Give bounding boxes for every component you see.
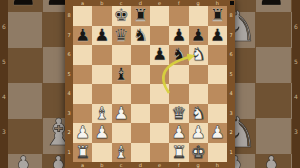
background-rank-label-5: 5 xyxy=(292,59,300,65)
rank-label-3: 3 xyxy=(65,104,73,124)
square-b1[interactable] xyxy=(92,143,111,163)
square-d8[interactable]: ♜ xyxy=(131,6,150,26)
square-f1[interactable]: ♜ xyxy=(169,143,188,163)
rank-label-3: 3 xyxy=(227,104,235,124)
square-c1[interactable]: ♝ xyxy=(112,143,131,163)
rank-label-6: 6 xyxy=(227,45,235,65)
square-d1[interactable] xyxy=(131,143,150,163)
square-b5[interactable] xyxy=(92,65,111,85)
square-d5[interactable] xyxy=(131,65,150,85)
rank-label-5: 5 xyxy=(65,65,73,85)
square-e2[interactable] xyxy=(150,123,169,143)
square-a6[interactable] xyxy=(73,45,92,65)
square-h4[interactable] xyxy=(208,84,227,104)
background-rank-label-6: 6 xyxy=(0,24,8,30)
square-b4[interactable] xyxy=(92,84,111,104)
piece-white-pawn[interactable]: ♟ xyxy=(114,105,129,122)
square-g5[interactable] xyxy=(189,65,208,85)
square-f7[interactable]: ♟ xyxy=(169,26,188,46)
square-g1[interactable]: ♚ xyxy=(189,143,208,163)
piece-white-knight[interactable]: ♞ xyxy=(191,46,206,63)
square-a4[interactable] xyxy=(73,84,92,104)
square-h3[interactable] xyxy=(208,104,227,124)
square-d7[interactable]: ♞ xyxy=(131,26,150,46)
square-h6[interactable] xyxy=(208,45,227,65)
square-e3[interactable] xyxy=(150,104,169,124)
piece-black-knight[interactable]: ♞ xyxy=(171,46,186,63)
piece-black-bishop[interactable]: ♝ xyxy=(114,66,129,83)
background-rank-label-4: 4 xyxy=(0,94,8,100)
square-a5[interactable] xyxy=(73,65,92,85)
square-e1[interactable] xyxy=(150,143,169,163)
square-f8[interactable] xyxy=(169,6,188,26)
background-rank-rim-right: 6543 xyxy=(292,0,300,168)
square-d6[interactable] xyxy=(131,45,150,65)
rank-label-1: 1 xyxy=(65,143,73,163)
square-e5[interactable] xyxy=(150,65,169,85)
square-g8[interactable] xyxy=(189,6,208,26)
square-c2[interactable] xyxy=(112,123,131,143)
square-e8[interactable] xyxy=(150,6,169,26)
piece-white-bishop[interactable]: ♝ xyxy=(94,105,109,122)
piece-white-pawn[interactable]: ♟ xyxy=(191,124,206,141)
rank-labels-left: 87654321 xyxy=(65,6,73,162)
piece-white-pawn[interactable]: ♟ xyxy=(94,124,109,141)
rank-label-7: 7 xyxy=(227,26,235,46)
rank-label-1: 1 xyxy=(227,143,235,163)
piece-black-rook[interactable]: ♜ xyxy=(133,7,148,24)
square-a8[interactable] xyxy=(73,6,92,26)
piece-black-king[interactable]: ♚ xyxy=(114,7,129,24)
piece-white-pawn[interactable]: ♟ xyxy=(75,124,90,141)
square-e6[interactable]: ♟ xyxy=(150,45,169,65)
square-f3[interactable]: ♛ xyxy=(169,104,188,124)
square-e7[interactable] xyxy=(150,26,169,46)
file-label-g: g xyxy=(189,162,208,168)
square-c7[interactable]: ♛ xyxy=(112,26,131,46)
square-b2[interactable]: ♟ xyxy=(92,123,111,143)
square-c4[interactable] xyxy=(112,84,131,104)
rank-label-4: 4 xyxy=(227,84,235,104)
square-c5[interactable]: ♝ xyxy=(112,65,131,85)
chess-board: abcdefgh abcdefgh 87654321 87654321 ♚♜♜♟… xyxy=(65,0,235,168)
file-label-b: b xyxy=(92,162,111,168)
background-black-pawn: ♟ xyxy=(9,0,38,10)
background-white-pawn: ♟ xyxy=(257,152,286,168)
square-g6[interactable]: ♞ xyxy=(189,45,208,65)
square-f2[interactable]: ♟ xyxy=(169,123,188,143)
square-b3[interactable]: ♝ xyxy=(92,104,111,124)
square-c6[interactable] xyxy=(112,45,131,65)
piece-white-king[interactable]: ♚ xyxy=(191,144,206,161)
corner-icon xyxy=(230,1,234,5)
background-rank-rim-left: 6543 xyxy=(0,0,8,168)
square-g4[interactable] xyxy=(189,84,208,104)
square-h2[interactable]: ♟ xyxy=(208,123,227,143)
board-squares: ♚♜♜♟♟♛♞♟♟♟♟♞♞♝♝♟♛♞♟♟♟♟♟♜♝♜♚ xyxy=(73,6,227,162)
rank-labels-right: 87654321 xyxy=(227,6,235,162)
background-rank-label-5: 5 xyxy=(0,59,8,65)
background-rank-label-4: 4 xyxy=(292,94,300,100)
rank-label-5: 5 xyxy=(227,65,235,85)
rank-label-4: 4 xyxy=(65,84,73,104)
square-b6[interactable] xyxy=(92,45,111,65)
square-g7[interactable]: ♟ xyxy=(189,26,208,46)
piece-black-pawn[interactable]: ♟ xyxy=(210,27,225,44)
square-h7[interactable]: ♟ xyxy=(208,26,227,46)
square-a1[interactable]: ♜ xyxy=(73,143,92,163)
square-d3[interactable] xyxy=(131,104,150,124)
file-label-c: c xyxy=(112,162,131,168)
square-c8[interactable]: ♚ xyxy=(112,6,131,26)
file-label-f: f xyxy=(169,162,188,168)
piece-black-pawn[interactable]: ♟ xyxy=(94,27,109,44)
square-f6[interactable]: ♞ xyxy=(169,45,188,65)
rank-label-2: 2 xyxy=(65,123,73,143)
piece-black-pawn[interactable]: ♟ xyxy=(152,46,167,63)
square-f4[interactable] xyxy=(169,84,188,104)
background-black-pawn: ♟ xyxy=(257,0,286,10)
square-h5[interactable] xyxy=(208,65,227,85)
piece-white-rook[interactable]: ♜ xyxy=(171,144,186,161)
piece-black-rook[interactable]: ♜ xyxy=(210,7,225,24)
piece-black-pawn[interactable]: ♟ xyxy=(191,27,206,44)
square-d2[interactable] xyxy=(131,123,150,143)
square-b7[interactable]: ♟ xyxy=(92,26,111,46)
square-c3[interactable]: ♟ xyxy=(112,104,131,124)
square-a3[interactable] xyxy=(73,104,92,124)
background-white-pawn: ♟ xyxy=(9,152,38,168)
piece-white-rook[interactable]: ♜ xyxy=(75,144,90,161)
piece-black-knight[interactable]: ♞ xyxy=(133,27,148,44)
piece-white-pawn[interactable]: ♟ xyxy=(171,124,186,141)
square-h8[interactable]: ♜ xyxy=(208,6,227,26)
rank-label-7: 7 xyxy=(65,26,73,46)
file-labels-bottom: abcdefgh xyxy=(73,162,227,168)
background-rank-label-3: 3 xyxy=(0,129,8,135)
square-a2[interactable]: ♟ xyxy=(73,123,92,143)
piece-white-bishop[interactable]: ♝ xyxy=(114,144,129,161)
square-e4[interactable] xyxy=(150,84,169,104)
file-label-h: h xyxy=(208,162,227,168)
square-f5[interactable] xyxy=(169,65,188,85)
background-rank-label-3: 3 xyxy=(292,129,300,135)
background-rank-label-6: 6 xyxy=(292,24,300,30)
piece-white-pawn[interactable]: ♟ xyxy=(210,124,225,141)
piece-white-queen[interactable]: ♛ xyxy=(171,105,186,122)
piece-black-queen[interactable]: ♛ xyxy=(114,27,129,44)
square-d4[interactable] xyxy=(131,84,150,104)
square-a7[interactable]: ♟ xyxy=(73,26,92,46)
file-label-d: d xyxy=(131,162,150,168)
square-g3[interactable]: ♞ xyxy=(189,104,208,124)
square-g2[interactable]: ♟ xyxy=(189,123,208,143)
square-b8[interactable] xyxy=(92,6,111,26)
file-label-e: e xyxy=(150,162,169,168)
rank-label-6: 6 xyxy=(65,45,73,65)
file-label-a: a xyxy=(73,162,92,168)
square-h1[interactable] xyxy=(208,143,227,163)
video-frame: ♟♟♝♟♟♟♞♞♟♟ 6543 6543 abcdefgh abcdefgh 8… xyxy=(0,0,300,168)
piece-black-pawn[interactable]: ♟ xyxy=(171,27,186,44)
piece-black-pawn[interactable]: ♟ xyxy=(75,27,90,44)
piece-white-knight[interactable]: ♞ xyxy=(191,105,206,122)
rank-label-2: 2 xyxy=(227,123,235,143)
rank-label-8: 8 xyxy=(227,6,235,26)
rank-label-8: 8 xyxy=(65,6,73,26)
